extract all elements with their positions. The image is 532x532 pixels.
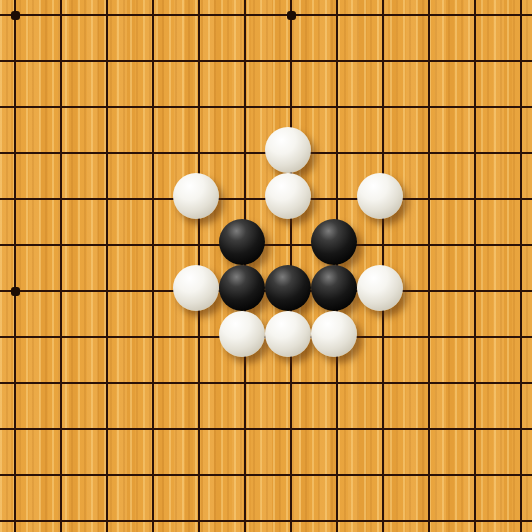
stone-white[interactable] (357, 173, 403, 219)
stone-black[interactable] (265, 265, 311, 311)
stone-white[interactable] (173, 265, 219, 311)
go-board[interactable] (0, 0, 532, 532)
stone-white[interactable] (173, 173, 219, 219)
stone-white[interactable] (357, 265, 403, 311)
star-point (11, 287, 20, 296)
stone-black[interactable] (311, 265, 357, 311)
board-overlay-grid (0, 0, 532, 532)
stone-white[interactable] (265, 311, 311, 357)
stone-white[interactable] (265, 127, 311, 173)
stone-white[interactable] (311, 311, 357, 357)
stone-black[interactable] (219, 265, 265, 311)
stone-black[interactable] (311, 219, 357, 265)
stone-white[interactable] (219, 311, 265, 357)
stone-white[interactable] (265, 173, 311, 219)
star-point (287, 11, 296, 20)
star-point (11, 11, 20, 20)
stone-black[interactable] (219, 219, 265, 265)
